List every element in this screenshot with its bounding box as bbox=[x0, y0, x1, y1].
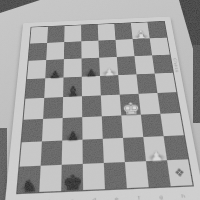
square-f4[interactable] bbox=[120, 94, 141, 116]
file-label-h: h bbox=[172, 192, 195, 199]
square-f3[interactable] bbox=[121, 115, 143, 138]
square-c3[interactable] bbox=[62, 117, 82, 140]
square-c6[interactable] bbox=[64, 58, 82, 77]
square-d6[interactable] bbox=[82, 58, 100, 77]
square-d3[interactable] bbox=[82, 116, 103, 139]
square-d1[interactable] bbox=[83, 163, 105, 190]
file-label-d: d bbox=[83, 196, 105, 200]
square-e4[interactable] bbox=[101, 95, 121, 117]
square-e1[interactable] bbox=[104, 162, 127, 189]
square-f6[interactable] bbox=[117, 56, 137, 75]
square-h3[interactable] bbox=[160, 113, 183, 136]
square-f5[interactable] bbox=[118, 74, 138, 94]
square-d2[interactable] bbox=[82, 139, 103, 164]
square-h4[interactable] bbox=[157, 92, 180, 114]
square-e5[interactable] bbox=[100, 75, 120, 95]
square-b5[interactable] bbox=[44, 78, 63, 98]
square-f8[interactable] bbox=[114, 23, 132, 40]
photo-scene: ❖ ♝♟♟♟♝♚♟♟♞♚ abcdefgh Chess bbox=[0, 0, 200, 200]
square-a4[interactable] bbox=[24, 98, 45, 120]
square-h6[interactable] bbox=[152, 55, 173, 74]
square-b6[interactable] bbox=[45, 59, 64, 78]
square-b7[interactable] bbox=[46, 42, 64, 60]
square-h7[interactable] bbox=[150, 38, 170, 56]
square-b3[interactable] bbox=[42, 118, 63, 141]
square-d7[interactable] bbox=[81, 41, 99, 59]
file-label-e: e bbox=[105, 195, 128, 200]
square-f1[interactable] bbox=[125, 161, 149, 188]
board-grid: ❖ bbox=[16, 21, 194, 194]
square-e6[interactable] bbox=[99, 57, 118, 76]
square-h1[interactable]: ❖ bbox=[167, 159, 193, 186]
file-label-b: b bbox=[39, 198, 61, 200]
square-e8[interactable] bbox=[98, 24, 116, 41]
square-a7[interactable] bbox=[29, 43, 48, 61]
chess-board-mat: ❖ ♝♟♟♟♝♚♟♟♞♚ abcdefgh Chess bbox=[4, 17, 200, 200]
square-a3[interactable] bbox=[22, 119, 43, 142]
square-c7[interactable] bbox=[64, 41, 82, 59]
square-c4[interactable] bbox=[63, 96, 83, 118]
square-f7[interactable] bbox=[116, 39, 135, 57]
square-h2[interactable] bbox=[164, 135, 188, 160]
square-a5[interactable] bbox=[25, 78, 45, 98]
file-label-c: c bbox=[61, 197, 83, 200]
square-a6[interactable] bbox=[27, 60, 46, 79]
square-h5[interactable] bbox=[155, 73, 177, 93]
square-b2[interactable] bbox=[41, 141, 63, 166]
square-b8[interactable] bbox=[47, 26, 64, 43]
square-b4[interactable] bbox=[43, 97, 63, 119]
square-e7[interactable] bbox=[98, 40, 116, 58]
square-a2[interactable] bbox=[20, 141, 42, 166]
file-labels: abcdefgh bbox=[16, 192, 195, 200]
square-d4[interactable] bbox=[82, 95, 102, 117]
square-e3[interactable] bbox=[102, 115, 123, 138]
square-a1[interactable] bbox=[17, 166, 40, 193]
square-d5[interactable] bbox=[82, 76, 101, 96]
board-corner-logo: ❖ bbox=[167, 159, 193, 186]
square-f2[interactable] bbox=[123, 137, 146, 162]
square-c1[interactable] bbox=[61, 164, 83, 191]
square-c5[interactable] bbox=[63, 77, 82, 97]
square-c2[interactable] bbox=[62, 140, 83, 165]
square-c8[interactable] bbox=[64, 25, 81, 42]
file-label-a: a bbox=[16, 199, 39, 200]
square-h8[interactable] bbox=[147, 22, 166, 39]
file-label-g: g bbox=[150, 193, 173, 200]
square-d8[interactable] bbox=[81, 25, 98, 42]
square-e2[interactable] bbox=[103, 138, 125, 163]
square-a8[interactable] bbox=[30, 27, 48, 44]
square-b1[interactable] bbox=[39, 165, 61, 192]
file-label-f: f bbox=[127, 194, 150, 200]
